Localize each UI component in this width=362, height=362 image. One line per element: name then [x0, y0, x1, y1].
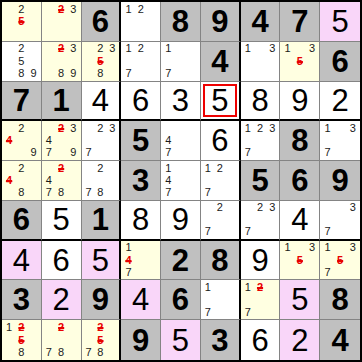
candidate: 7	[43, 187, 55, 199]
cell-r2c1[interactable]: 2589	[2, 42, 42, 82]
candidate: 1	[242, 122, 254, 134]
cell-r3c6[interactable]: 5	[201, 82, 241, 122]
solved-digit: 2	[42, 280, 81, 319]
pencil-marks: 278	[83, 162, 119, 199]
pencil-marks: 17	[162, 43, 199, 80]
cell-r2c6[interactable]: 4	[201, 42, 241, 82]
candidate: 8	[94, 187, 106, 199]
pencil-marks: 13	[242, 43, 279, 80]
eliminated-candidate: 2	[94, 321, 106, 334]
pencil-marks: 1258	[3, 321, 40, 359]
cell-r2c3[interactable]: 2358	[82, 42, 122, 82]
pencil-marks: 17	[202, 281, 238, 318]
pencil-marks: 248	[3, 162, 40, 199]
candidate: 7	[321, 266, 334, 278]
candidate: 1	[202, 281, 214, 293]
candidate: 7	[122, 266, 134, 278]
cell-r3c1[interactable]: 7	[2, 82, 42, 122]
given-digit: 7	[280, 2, 319, 41]
solved-digit: 5	[280, 280, 319, 319]
eliminated-candidate: 5	[15, 334, 27, 347]
solved-digit: 6	[241, 320, 280, 360]
solved-digit: 3	[161, 82, 200, 120]
candidate: 1	[122, 43, 134, 55]
pencil-marks: 237	[242, 202, 279, 238]
given-digit: 6	[82, 2, 120, 41]
eliminated-candidate: 2	[55, 122, 67, 134]
given-digit: 8	[320, 280, 360, 319]
candidate: 8	[15, 67, 27, 79]
candidate: 2	[214, 202, 226, 214]
cell-r1c4[interactable]: 12	[121, 2, 161, 42]
candidate: 7	[43, 346, 55, 359]
cell-r1c1[interactable]: 25	[2, 2, 42, 42]
pencil-marks: 2478	[43, 162, 80, 199]
eliminated-candidate: 2	[55, 3, 67, 15]
cell-r8c5[interactable]: 6	[161, 280, 201, 320]
candidate: 7	[321, 147, 334, 159]
cell-r3c9[interactable]: 2	[320, 82, 360, 122]
eliminated-candidate: 5	[334, 254, 347, 266]
cell-r6c2[interactable]: 5	[42, 201, 82, 241]
solved-digit: 5	[201, 82, 239, 120]
candidate: 7	[122, 67, 134, 79]
cell-r7c7[interactable]: 9	[241, 241, 281, 281]
cell-r1c3[interactable]: 6	[82, 2, 122, 42]
candidate: 3	[346, 122, 359, 134]
cell-r2c4[interactable]: 127	[121, 42, 161, 82]
candidate: 2	[94, 162, 106, 174]
candidate: 9	[28, 67, 40, 79]
candidate: 7	[43, 147, 55, 159]
pencil-marks: 1357	[321, 242, 359, 279]
given-digit: 6	[2, 201, 41, 239]
eliminated-candidate: 5	[94, 55, 106, 67]
cell-r9c3[interactable]: 2578	[82, 320, 122, 360]
candidate: 9	[67, 67, 79, 79]
cell-r6c6[interactable]: 27	[201, 201, 241, 241]
cell-r7c4[interactable]: 147	[121, 241, 161, 281]
pencil-marks: 135	[281, 242, 318, 279]
cell-r6c9[interactable]: 37	[320, 201, 360, 241]
cell-r3c5[interactable]: 3	[161, 82, 201, 122]
solved-digit: 5	[42, 201, 81, 239]
pencil-marks: 23	[43, 3, 80, 40]
candidate: 7	[321, 226, 334, 238]
cell-r4c5[interactable]: 47	[161, 121, 201, 161]
cell-r9c5[interactable]: 5	[161, 320, 201, 360]
cell-r7c6[interactable]: 8	[201, 241, 241, 281]
cell-r6c4[interactable]: 8	[121, 201, 161, 241]
pencil-marks: 147	[162, 162, 199, 199]
eliminated-candidate: 5	[15, 15, 27, 27]
pencil-marks: 278	[43, 321, 80, 359]
given-digit: 8	[280, 121, 319, 160]
candidate: 7	[83, 187, 95, 199]
candidate: 2	[254, 122, 266, 134]
pencil-marks: 27	[202, 202, 238, 238]
candidate: 2	[94, 43, 106, 55]
cell-r1c8[interactable]: 7	[280, 2, 320, 42]
candidate: 3	[306, 43, 318, 55]
given-digit: 8	[161, 2, 200, 41]
candidate: 7	[83, 346, 95, 359]
pencil-marks: 12	[122, 3, 159, 40]
cell-r5c9[interactable]: 9	[320, 161, 360, 201]
solved-digit: 9	[280, 82, 319, 120]
pencil-marks: 137	[321, 122, 359, 159]
cell-r6c1[interactable]: 6	[2, 201, 42, 241]
cell-r2c9[interactable]: 6	[320, 42, 360, 82]
candidate: 2	[15, 3, 27, 15]
candidate: 1	[321, 122, 334, 134]
cell-r9c1[interactable]: 1258	[2, 320, 42, 360]
candidate: 3	[346, 202, 359, 214]
candidate: 1	[242, 43, 254, 55]
given-digit: 1	[82, 201, 120, 239]
solved-digit: 5	[161, 320, 200, 360]
cell-r8c6[interactable]: 17	[201, 280, 241, 320]
cell-r4c4[interactable]: 5	[121, 121, 161, 161]
cell-r2c5[interactable]: 17	[161, 42, 201, 82]
eliminated-candidate: 4	[122, 254, 134, 266]
sudoku-board: 2523612894752589238923581271741313567146…	[0, 0, 362, 362]
candidate: 3	[306, 242, 318, 254]
given-digit: 5	[241, 161, 280, 200]
candidate: 7	[202, 306, 214, 318]
candidate: 8	[15, 346, 27, 359]
solved-digit: 9	[161, 201, 200, 239]
candidate: 1	[321, 242, 334, 254]
pencil-marks: 25	[3, 3, 40, 40]
cell-r5c4[interactable]: 3	[121, 161, 161, 201]
pencil-marks: 2578	[83, 321, 119, 359]
eliminated-candidate: 5	[94, 334, 106, 347]
eliminated-candidate: 2	[15, 321, 27, 334]
cell-r8c8[interactable]: 5	[280, 280, 320, 320]
candidate: 9	[67, 147, 79, 159]
candidate: 1	[162, 162, 174, 174]
cell-r9c6[interactable]: 3	[201, 320, 241, 360]
candidate: 2	[15, 162, 27, 174]
candidate: 4	[43, 135, 55, 147]
cell-r5c2[interactable]: 2478	[42, 161, 82, 201]
cell-r6c5[interactable]: 9	[161, 201, 201, 241]
candidate: 3	[67, 43, 79, 55]
solved-digit: 4	[2, 241, 41, 280]
solved-digit: 9	[241, 241, 280, 280]
cell-r7c1[interactable]: 4	[2, 241, 42, 281]
candidate: 1	[162, 43, 174, 55]
candidate: 7	[83, 147, 95, 159]
solved-digit: 5	[82, 241, 120, 280]
given-digit: 9	[201, 2, 239, 41]
cell-r2c7[interactable]: 13	[241, 42, 281, 82]
solved-digit: 2	[280, 320, 319, 360]
cell-r7c3[interactable]: 5	[82, 241, 122, 281]
cell-r8c7[interactable]: 127	[241, 280, 281, 320]
candidate: 5	[15, 55, 27, 67]
cell-r7c9[interactable]: 1357	[320, 241, 360, 281]
candidate: 2	[135, 3, 147, 15]
given-digit: 2	[161, 241, 200, 280]
pencil-marks: 2589	[3, 43, 40, 80]
solved-digit: 4	[82, 82, 120, 120]
candidate: 3	[266, 202, 278, 214]
given-digit: 3	[121, 161, 160, 200]
given-digit: 9	[320, 161, 360, 200]
cell-r4c9[interactable]: 137	[320, 121, 360, 161]
candidate: 4	[162, 174, 174, 186]
solved-digit: 8	[121, 201, 160, 239]
given-digit: 4	[201, 42, 239, 81]
candidate: 7	[162, 147, 174, 159]
cell-r3c4[interactable]: 6	[121, 82, 161, 122]
cell-r1c7[interactable]: 4	[241, 2, 281, 42]
candidate: 7	[242, 306, 254, 318]
candidate: 1	[242, 281, 254, 293]
cell-r9c9[interactable]: 4	[320, 320, 360, 360]
pencil-marks: 127	[202, 162, 238, 199]
cell-r9c7[interactable]: 6	[241, 320, 281, 360]
candidate: 1	[281, 43, 293, 55]
pencil-marks: 23479	[43, 122, 80, 159]
candidate: 4	[43, 174, 55, 186]
solved-digit: 4	[280, 201, 319, 239]
given-digit: 9	[121, 320, 160, 360]
given-digit: 3	[201, 320, 239, 360]
candidate: 8	[55, 187, 67, 199]
pencil-marks: 1237	[242, 122, 279, 159]
eliminated-candidate: 5	[294, 254, 306, 266]
candidate: 1	[202, 162, 214, 174]
cell-r8c1[interactable]: 3	[2, 280, 42, 320]
solved-digit: 5	[320, 2, 360, 41]
given-digit: 1	[42, 82, 81, 120]
candidate: 2	[254, 202, 266, 214]
cell-r2c8[interactable]: 135	[280, 42, 320, 82]
candidate: 2	[135, 43, 147, 55]
cell-r2c2[interactable]: 2389	[42, 42, 82, 82]
cell-r5c7[interactable]: 5	[241, 161, 281, 201]
given-digit: 6	[161, 280, 200, 319]
cell-r4c1[interactable]: 249	[2, 121, 42, 161]
cell-r4c8[interactable]: 8	[280, 121, 320, 161]
cell-r1c9[interactable]: 5	[320, 2, 360, 42]
pencil-marks: 127	[242, 281, 279, 318]
cell-r7c2[interactable]: 6	[42, 241, 82, 281]
solved-digit: 8	[241, 82, 280, 120]
cell-r6c8[interactable]: 4	[280, 201, 320, 241]
pencil-marks: 135	[281, 43, 318, 80]
cell-r3c2[interactable]: 1	[42, 82, 82, 122]
cell-r3c3[interactable]: 4	[82, 82, 122, 122]
pencil-marks: 2389	[43, 43, 80, 80]
eliminated-candidate: 2	[254, 281, 266, 293]
cell-r5c3[interactable]: 278	[82, 161, 122, 201]
candidate: 7	[162, 67, 174, 79]
pencil-marks: 249	[3, 122, 40, 159]
eliminated-candidate: 2	[55, 43, 67, 55]
given-digit: 4	[320, 320, 360, 360]
cell-r4c7[interactable]: 1237	[241, 121, 281, 161]
candidate: 7	[242, 226, 254, 238]
solved-digit: 6	[201, 121, 239, 160]
eliminated-candidate: 2	[55, 321, 67, 334]
candidate: 8	[15, 187, 27, 199]
cell-r1c5[interactable]: 8	[161, 2, 201, 42]
pencil-marks: 237	[83, 122, 119, 159]
cell-r6c3[interactable]: 1	[82, 201, 122, 241]
candidate: 4	[162, 135, 174, 147]
cell-r1c6[interactable]: 9	[201, 2, 241, 42]
cell-r4c6[interactable]: 6	[201, 121, 241, 161]
candidate: 3	[266, 43, 278, 55]
candidate: 2	[15, 43, 27, 55]
eliminated-candidate: 5	[294, 55, 306, 67]
cell-r7c8[interactable]: 135	[280, 241, 320, 281]
candidate: 7	[202, 187, 214, 199]
candidate: 8	[94, 346, 106, 359]
cell-r3c7[interactable]: 8	[241, 82, 281, 122]
given-digit: 8	[201, 241, 239, 280]
candidate: 7	[202, 226, 214, 238]
given-digit: 6	[280, 161, 319, 200]
candidate: 2	[94, 122, 106, 134]
pencil-marks: 47	[162, 122, 199, 159]
cell-r4c3[interactable]: 237	[82, 121, 122, 161]
eliminated-candidate: 2	[55, 162, 67, 174]
eliminated-candidate: 4	[3, 135, 15, 147]
pencil-marks: 127	[122, 43, 159, 80]
solved-digit: 6	[121, 82, 160, 120]
cell-r9c8[interactable]: 2	[280, 320, 320, 360]
candidate: 7	[242, 147, 254, 159]
solved-digit: 4	[121, 280, 160, 319]
given-digit: 9	[82, 280, 120, 319]
given-digit: 3	[2, 280, 41, 319]
cell-r7c5[interactable]: 2	[161, 241, 201, 281]
cell-r8c9[interactable]: 8	[320, 280, 360, 320]
candidate: 8	[94, 67, 106, 79]
given-digit: 6	[320, 42, 360, 81]
cell-r8c4[interactable]: 4	[121, 280, 161, 320]
cell-r9c4[interactable]: 9	[121, 320, 161, 360]
candidate: 8	[55, 346, 67, 359]
candidate: 8	[55, 67, 67, 79]
candidate: 1	[122, 242, 134, 254]
given-digit: 4	[241, 2, 280, 41]
pencil-marks: 2358	[83, 43, 119, 80]
cell-r4c2[interactable]: 23479	[42, 121, 82, 161]
cell-r3c8[interactable]: 9	[280, 82, 320, 122]
candidate: 9	[28, 147, 40, 159]
pencil-marks: 147	[122, 242, 159, 279]
candidate: 3	[106, 43, 118, 55]
cell-r5c1[interactable]: 248	[2, 161, 42, 201]
candidate: 7	[162, 187, 174, 199]
candidate: 3	[346, 242, 359, 254]
given-digit: 7	[2, 82, 41, 120]
candidate: 1	[281, 242, 293, 254]
given-digit: 5	[121, 121, 160, 160]
cell-r5c6[interactable]: 127	[201, 161, 241, 201]
solved-digit: 6	[42, 241, 81, 280]
solved-digit: 2	[320, 82, 360, 120]
cell-r1c2[interactable]: 23	[42, 2, 82, 42]
cell-r5c5[interactable]: 147	[161, 161, 201, 201]
candidate: 1	[3, 321, 15, 334]
candidate: 1	[122, 3, 134, 15]
cell-r8c3[interactable]: 9	[82, 280, 122, 320]
candidate: 2	[15, 122, 27, 134]
cell-r8c2[interactable]: 2	[42, 280, 82, 320]
cell-r6c7[interactable]: 237	[241, 201, 281, 241]
pencil-marks: 37	[321, 202, 359, 238]
cell-r5c8[interactable]: 6	[280, 161, 320, 201]
eliminated-candidate: 4	[3, 174, 15, 186]
candidate: 3	[67, 122, 79, 134]
candidate: 3	[266, 122, 278, 134]
candidate: 3	[67, 3, 79, 15]
candidate: 2	[214, 162, 226, 174]
cell-r9c2[interactable]: 278	[42, 320, 82, 360]
candidate: 3	[106, 122, 118, 134]
